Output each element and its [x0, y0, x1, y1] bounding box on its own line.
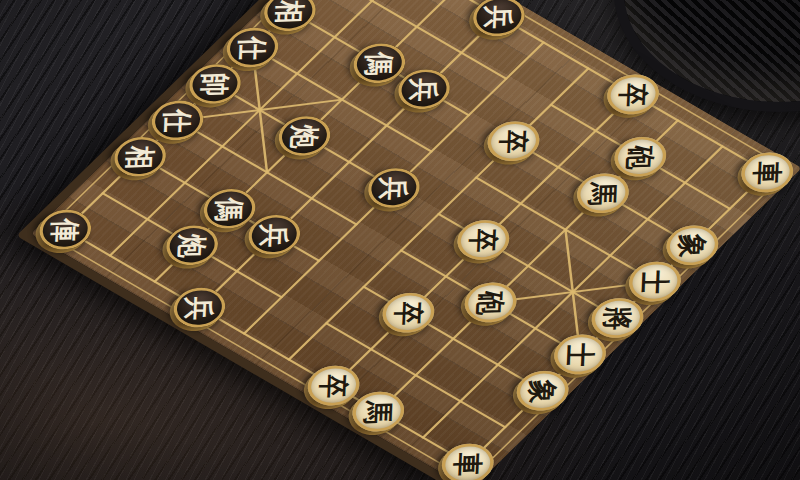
- piece-character: 相: [124, 145, 155, 169]
- piece-character: 相: [274, 0, 305, 23]
- piece-character: 象: [677, 233, 708, 257]
- piece-character: 卒: [468, 228, 499, 252]
- piece-character: 卒: [498, 129, 529, 153]
- piece-character: 兵: [483, 4, 514, 28]
- piece-character: 砲: [625, 145, 656, 169]
- piece-character: 車: [752, 160, 783, 184]
- piece-character: 象: [527, 379, 558, 403]
- piece-character: 卒: [318, 373, 349, 397]
- piece-character: 炮: [176, 233, 207, 257]
- piece-character: 兵: [408, 77, 439, 101]
- piece-character: 傌: [364, 51, 395, 75]
- piece-character: 將: [602, 306, 633, 330]
- piece-character: 士: [564, 342, 595, 366]
- piece-character: 帥: [199, 72, 230, 96]
- piece-character: 馬: [587, 181, 618, 205]
- piece-character: 仕: [237, 35, 268, 59]
- piece-character: 士: [639, 269, 670, 293]
- piece-character: 仕: [162, 108, 193, 132]
- photo-scene: 相仕帥仕相俥傌炮傌炮兵兵兵兵兵卒卒卒卒卒砲馬砲馬車象士將士象車: [0, 0, 800, 480]
- piece-character: 車: [452, 451, 483, 475]
- piece-character: 馬: [363, 399, 394, 423]
- piece-character: 俥: [50, 217, 81, 241]
- piece-character: 兵: [259, 223, 290, 247]
- piece-character: 卒: [393, 301, 424, 325]
- piece-character: 傌: [214, 197, 245, 221]
- piece-character: 卒: [617, 82, 648, 106]
- piece-character: 兵: [184, 295, 215, 319]
- piece-character: 炮: [289, 124, 320, 148]
- piece-character: 砲: [475, 290, 506, 314]
- piece-character: 兵: [378, 176, 409, 200]
